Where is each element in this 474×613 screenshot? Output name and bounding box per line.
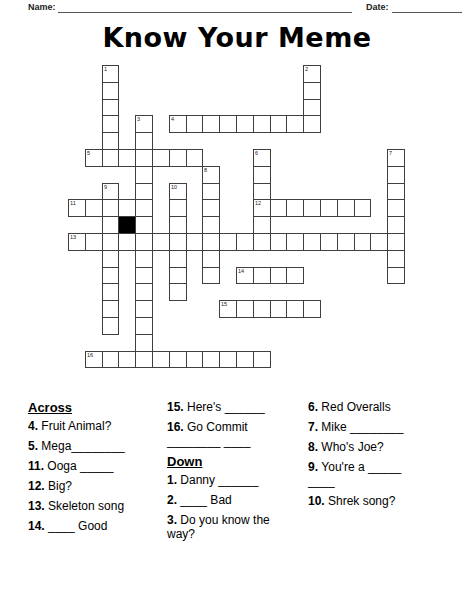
across-clue-list: 4. Fruit Animal?5. Mega________11. Ooga …	[28, 419, 168, 533]
grid-cell-r17c8[interactable]	[202, 351, 220, 368]
grid-cell-r7c4[interactable]	[135, 183, 153, 200]
clue-number-label: 8.	[308, 440, 321, 454]
grid-cell-r12c10[interactable]: 14	[236, 267, 254, 284]
grid-cell-r17c4[interactable]	[135, 351, 153, 368]
clue-across-5: 5. Mega________	[28, 439, 168, 453]
grid-cell-r10c12[interactable]	[270, 233, 287, 251]
grid-cell-r8c14[interactable]	[303, 199, 321, 217]
clue-number: 5	[87, 150, 90, 156]
grid-cell-r10c0[interactable]: 13	[68, 233, 86, 251]
down-clue-list: 1. Danny ______2. ____ Bad3. Do you know…	[167, 473, 285, 541]
grid-cell-r15c2[interactable]	[102, 317, 119, 335]
clue-number-label: 13.	[28, 499, 48, 513]
grid-cell-r8c8[interactable]	[202, 199, 220, 217]
grid-cell-r8c15[interactable]	[320, 199, 338, 217]
grid-cell-r10c10[interactable]	[236, 233, 254, 251]
clue-text: ____ Bad	[180, 493, 231, 507]
grid-cell-r10c11[interactable]	[253, 233, 271, 251]
clue-number: 16	[87, 352, 93, 358]
grid-cell-r11c19[interactable]	[387, 250, 405, 268]
down-clue-list-continued: 6. Red Overalls7. Mike ________8. Who's …	[308, 400, 412, 508]
grid-cell-r17c11[interactable]	[253, 351, 271, 368]
clue-number-label: 2.	[167, 493, 180, 507]
clue-number: 1	[104, 66, 107, 72]
grid-cell-r8c2[interactable]	[102, 199, 119, 217]
clue-number-label: 10.	[308, 494, 328, 508]
grid-cell-r6c8[interactable]: 8	[202, 166, 220, 184]
clue-number: 15	[221, 301, 227, 307]
grid-cell-r4c4[interactable]	[135, 132, 153, 150]
grid-cell-r9c2[interactable]	[102, 216, 119, 234]
clue-across-12: 12. Big?	[28, 479, 168, 493]
clue-number-label: 4.	[28, 419, 41, 433]
grid-cell-r8c3[interactable]	[118, 199, 136, 217]
clue-number: 7	[389, 150, 392, 156]
grid-cell-r8c4[interactable]	[135, 199, 153, 217]
grid-cell-r10c14[interactable]	[303, 233, 321, 251]
date-label: Date:	[366, 2, 389, 12]
grid-cell-r12c13[interactable]	[286, 267, 304, 284]
grid-cell-r13c4[interactable]	[135, 283, 153, 301]
clue-number: 13	[70, 234, 76, 240]
grid-cell-r7c19[interactable]	[387, 183, 405, 200]
grid-cell-r17c2[interactable]	[102, 351, 119, 368]
clue-number-label: 12.	[28, 479, 48, 493]
grid-cell-r11c2[interactable]	[102, 250, 119, 268]
grid-cell-r5c7[interactable]	[186, 149, 203, 167]
clue-across-16: 16. Go Commit ________ ____	[167, 420, 285, 448]
grid-cell-r9c11[interactable]	[253, 216, 271, 234]
grid-cell-r6c11[interactable]	[253, 166, 271, 184]
clue-number: 11	[70, 200, 76, 206]
clue-across-15: 15. Here's ______	[167, 400, 285, 414]
grid-cell-r10c7[interactable]	[186, 233, 203, 251]
grid-cell-r14c12[interactable]	[270, 300, 287, 318]
across-clue-list-continued: 15. Here's ______16. Go Commit ________ …	[167, 400, 285, 448]
grid-cell-r12c8[interactable]	[202, 267, 220, 284]
clue-text: Here's ______	[187, 400, 265, 414]
grid-cell-r12c19[interactable]	[387, 267, 405, 284]
clue-down-2: 2. ____ Bad	[167, 493, 285, 507]
grid-cell-r17c9[interactable]	[219, 351, 237, 368]
grid-cell-r12c12[interactable]	[270, 267, 287, 284]
grid-cell-r8c19[interactable]	[387, 199, 405, 217]
clue-number-label: 1.	[167, 473, 180, 487]
clue-number-label: 9.	[308, 460, 321, 474]
grid-cell-r6c19[interactable]	[387, 166, 405, 184]
grid-cell-r9c19[interactable]	[387, 216, 405, 234]
clue-text: You're a _____ ____	[308, 460, 401, 488]
grid-cell-r12c11[interactable]	[253, 267, 271, 284]
grid-cell-r7c6[interactable]: 10	[169, 183, 187, 200]
grid-cell-r3c11[interactable]	[253, 115, 271, 133]
grid-cell-r8c0[interactable]: 11	[68, 199, 86, 217]
grid-cell-r8c13[interactable]	[286, 199, 304, 217]
grid-cell-r15c4[interactable]	[135, 317, 153, 335]
grid-cell-r5c5[interactable]	[152, 149, 170, 167]
grid-cell-r14c13[interactable]	[286, 300, 304, 318]
grid-cell-r17c5[interactable]	[152, 351, 170, 368]
grid-cell-r10c16[interactable]	[337, 233, 355, 251]
grid-cell-r17c3[interactable]	[118, 351, 136, 368]
clue-column-down: 6. Red Overalls7. Mike ________8. Who's …	[308, 400, 412, 514]
clue-number: 4	[171, 116, 174, 122]
clue-text: Danny ______	[180, 473, 258, 487]
clue-number: 10	[171, 184, 177, 190]
grid-cell-r2c2[interactable]	[102, 99, 119, 116]
grid-cell-r10c15[interactable]	[320, 233, 338, 251]
grid-cell-r10c6[interactable]	[169, 233, 187, 251]
grid-cell-r6c4[interactable]	[135, 166, 153, 184]
crossword-worksheet: Name: Date: Know Your Meme 1234567891011…	[0, 0, 474, 613]
page-title: Know Your Meme	[0, 22, 474, 53]
clue-text: Skeleton song	[48, 499, 124, 513]
grid-cell-r3c7[interactable]	[186, 115, 203, 133]
clue-number-label: 15.	[167, 400, 187, 414]
grid-cell-r5c1[interactable]: 5	[85, 149, 103, 167]
clue-text: ____ Good	[48, 519, 107, 533]
grid-cell-r4c2[interactable]	[102, 132, 119, 150]
clue-across-4: 4. Fruit Animal?	[28, 419, 168, 433]
grid-cell-r7c11[interactable]	[253, 183, 271, 200]
grid-cell-r5c2[interactable]	[102, 149, 119, 167]
clue-down-10: 10. Shrek song?	[308, 494, 412, 508]
grid-cell-r12c2[interactable]	[102, 267, 119, 284]
grid-cell-r12c6[interactable]	[169, 267, 187, 284]
grid-cell-r14c11[interactable]	[253, 300, 271, 318]
grid-cell-r10c8[interactable]	[202, 233, 220, 251]
clue-number-label: 7.	[308, 420, 321, 434]
grid-cell-r11c4[interactable]	[135, 250, 153, 268]
grid-cell-r9c8[interactable]	[202, 216, 220, 234]
grid-cell-r2c14[interactable]	[303, 99, 321, 116]
grid-cell-r5c6[interactable]	[169, 149, 187, 167]
grid-cell-r13c6[interactable]	[169, 283, 187, 301]
clue-column-across: Across 4. Fruit Animal?5. Mega________11…	[28, 400, 168, 539]
grid-cell-r10c4[interactable]	[135, 233, 153, 251]
clue-down-7: 7. Mike ________	[308, 420, 412, 434]
grid-cell-r8c11[interactable]: 12	[253, 199, 271, 217]
grid-cell-r10c3[interactable]	[118, 233, 136, 251]
grid-cell-r8c12[interactable]	[270, 199, 287, 217]
grid-cell-r3c2[interactable]	[102, 115, 119, 133]
grid-cell-r8c16[interactable]	[337, 199, 355, 217]
grid-cell-r0c2[interactable]: 1	[102, 65, 119, 83]
grid-cell-r8c17[interactable]	[354, 199, 371, 217]
grid-cell-r13c2[interactable]	[102, 283, 119, 301]
grid-cell-r1c14[interactable]	[303, 82, 321, 100]
clue-number-label: 5.	[28, 439, 41, 453]
grid-cell-r3c4[interactable]: 3	[135, 115, 153, 133]
clue-across-11: 11. Ooga _____	[28, 459, 168, 473]
grid-cell-r10c13[interactable]	[286, 233, 304, 251]
clue-number: 14	[238, 268, 244, 274]
grid-cell-r14c14[interactable]	[303, 300, 321, 318]
clue-text: Ooga _____	[47, 459, 113, 473]
grid-cell-r11c6[interactable]	[169, 250, 187, 268]
grid-cell-r14c2[interactable]	[102, 300, 119, 318]
clue-down-8: 8. Who's Joe?	[308, 440, 412, 454]
clue-text: Mike ________	[321, 420, 403, 434]
grid-cell-r3c14[interactable]	[303, 115, 321, 133]
grid-cell-r9c4[interactable]	[135, 216, 153, 234]
clue-number: 8	[204, 167, 207, 173]
grid-cell-r3c13[interactable]	[286, 115, 304, 133]
clue-number: 12	[255, 200, 261, 206]
name-input-line[interactable]	[58, 0, 352, 13]
clue-down-6: 6. Red Overalls	[308, 400, 412, 414]
clue-down-3: 3. Do you know the way?	[167, 513, 285, 541]
clue-text: Red Overalls	[321, 400, 390, 414]
clue-number: 6	[255, 150, 258, 156]
grid-cell-r7c8[interactable]	[202, 183, 220, 200]
grid-cell-r14c4[interactable]	[135, 300, 153, 318]
grid-cell-r1c2[interactable]	[102, 82, 119, 100]
grid-cell-r10c1[interactable]	[85, 233, 103, 251]
blocked-cell	[118, 216, 136, 234]
clue-number-label: 3.	[167, 513, 180, 527]
grid-cell-r14c10[interactable]	[236, 300, 254, 318]
grid-cell-r10c9[interactable]	[219, 233, 237, 251]
across-heading: Across	[28, 400, 168, 415]
grid-cell-r10c19[interactable]	[387, 233, 405, 251]
clue-number-label: 11.	[28, 459, 47, 473]
grid-cell-r10c18[interactable]	[370, 233, 388, 251]
clue-column-middle: 15. Here's ______16. Go Commit ________ …	[167, 400, 285, 547]
down-heading: Down	[167, 454, 285, 469]
grid-cell-r10c2[interactable]	[102, 233, 119, 251]
grid-cell-r0c14[interactable]: 2	[303, 65, 321, 83]
clue-number: 9	[104, 184, 107, 190]
grid-cell-r3c6[interactable]: 4	[169, 115, 187, 133]
grid-cell-r14c9[interactable]: 15	[219, 300, 237, 318]
grid-cell-r5c4[interactable]	[135, 149, 153, 167]
grid-cell-r9c6[interactable]	[169, 216, 187, 234]
grid-cell-r3c9[interactable]	[219, 115, 237, 133]
clue-down-1: 1. Danny ______	[167, 473, 285, 487]
clue-number-label: 6.	[308, 400, 321, 414]
clue-across-14: 14. ____ Good	[28, 519, 168, 533]
clue-down-9: 9. You're a _____ ____	[308, 460, 412, 488]
grid-cell-r3c8[interactable]	[202, 115, 220, 133]
clue-text: Do you know the way?	[167, 513, 270, 541]
name-label: Name:	[28, 2, 56, 12]
clue-text: Fruit Animal?	[41, 419, 111, 433]
clue-text: Mega________	[41, 439, 124, 453]
clue-number: 3	[137, 116, 140, 122]
grid-cell-r17c10[interactable]	[236, 351, 254, 368]
grid-cell-r7c2[interactable]: 9	[102, 183, 119, 200]
clue-text: Shrek song?	[328, 494, 395, 508]
grid-cell-r17c1[interactable]: 16	[85, 351, 103, 368]
date-input-line[interactable]	[392, 0, 462, 13]
clue-number-label: 14.	[28, 519, 48, 533]
grid-cell-r17c6[interactable]	[169, 351, 187, 368]
grid-cell-r5c3[interactable]	[118, 149, 136, 167]
grid-cell-r8c1[interactable]	[85, 199, 103, 217]
grid-cell-r17c7[interactable]	[186, 351, 203, 368]
clue-across-13: 13. Skeleton song	[28, 499, 168, 513]
grid-cell-r12c4[interactable]	[135, 267, 153, 284]
grid-cell-r16c4[interactable]	[135, 334, 153, 352]
grid-cell-r3c10[interactable]	[236, 115, 254, 133]
grid-cell-r3c12[interactable]	[270, 115, 287, 133]
grid-cell-r11c8[interactable]	[202, 250, 220, 268]
grid-cell-r5c19[interactable]: 7	[387, 149, 405, 167]
clue-text: Big?	[48, 479, 72, 493]
crossword-grid: 12345678910111213141516	[68, 65, 406, 369]
grid-cell-r10c5[interactable]	[152, 233, 170, 251]
grid-cell-r10c17[interactable]	[354, 233, 371, 251]
clue-number-label: 16.	[167, 420, 187, 434]
clue-text: Who's Joe?	[321, 440, 383, 454]
clue-number: 2	[305, 66, 308, 72]
grid-cell-r5c11[interactable]: 6	[253, 149, 271, 167]
grid-cell-r8c6[interactable]	[169, 199, 187, 217]
